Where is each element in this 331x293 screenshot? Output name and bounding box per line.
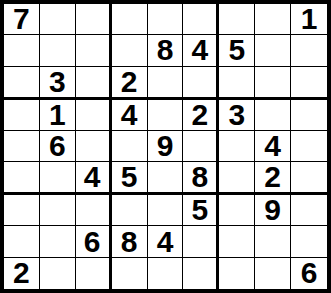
- cell-r9c2-empty[interactable]: [40, 258, 76, 289]
- cell-r4c7-given[interactable]: 3: [219, 100, 255, 131]
- cell-r8c3-given[interactable]: 6: [76, 226, 112, 257]
- cell-r8c9-empty[interactable]: [291, 226, 327, 257]
- cell-r4c6-given[interactable]: 2: [183, 100, 219, 131]
- sudoku-board: 7184532142369445825968426: [0, 0, 331, 293]
- cell-r8c4-given[interactable]: 8: [112, 226, 148, 257]
- cell-r9c3-empty[interactable]: [76, 258, 112, 289]
- cell-r6c6-given[interactable]: 8: [183, 162, 219, 195]
- cell-r3c8-empty[interactable]: [255, 67, 291, 100]
- cell-r4c5-empty[interactable]: [148, 100, 184, 131]
- cell-r3c3-empty[interactable]: [76, 67, 112, 100]
- cell-r7c1-empty[interactable]: [4, 195, 40, 226]
- cell-r5c2-given[interactable]: 6: [40, 131, 76, 162]
- cell-r8c2-empty[interactable]: [40, 226, 76, 257]
- cell-r2c7-given[interactable]: 5: [219, 35, 255, 66]
- cell-r8c6-empty[interactable]: [183, 226, 219, 257]
- cell-r1c8-empty[interactable]: [255, 4, 291, 35]
- cell-r8c7-empty[interactable]: [219, 226, 255, 257]
- cell-r4c3-empty[interactable]: [76, 100, 112, 131]
- cell-r7c4-empty[interactable]: [112, 195, 148, 226]
- cell-r1c9-given[interactable]: 1: [291, 4, 327, 35]
- cell-r6c9-empty[interactable]: [291, 162, 327, 195]
- cell-r1c1-given[interactable]: 7: [4, 4, 40, 35]
- cell-r4c4-given[interactable]: 4: [112, 100, 148, 131]
- cell-r6c5-empty[interactable]: [148, 162, 184, 195]
- cell-r5c7-empty[interactable]: [219, 131, 255, 162]
- cell-r5c4-empty[interactable]: [112, 131, 148, 162]
- cell-r7c6-given[interactable]: 5: [183, 195, 219, 226]
- cell-r4c2-given[interactable]: 1: [40, 100, 76, 131]
- cell-r5c5-given[interactable]: 9: [148, 131, 184, 162]
- cell-r9c5-empty[interactable]: [148, 258, 184, 289]
- cell-r2c6-given[interactable]: 4: [183, 35, 219, 66]
- cell-r6c4-given[interactable]: 5: [112, 162, 148, 195]
- cell-r7c9-empty[interactable]: [291, 195, 327, 226]
- cell-r2c1-empty[interactable]: [4, 35, 40, 66]
- cell-r1c5-empty[interactable]: [148, 4, 184, 35]
- cell-r7c5-empty[interactable]: [148, 195, 184, 226]
- cell-r1c4-empty[interactable]: [112, 4, 148, 35]
- cell-r3c7-empty[interactable]: [219, 67, 255, 100]
- cell-r8c1-empty[interactable]: [4, 226, 40, 257]
- cell-r6c8-given[interactable]: 2: [255, 162, 291, 195]
- cell-r9c4-empty[interactable]: [112, 258, 148, 289]
- cell-r5c3-empty[interactable]: [76, 131, 112, 162]
- cell-r7c7-empty[interactable]: [219, 195, 255, 226]
- cell-r8c5-given[interactable]: 4: [148, 226, 184, 257]
- cell-r7c2-empty[interactable]: [40, 195, 76, 226]
- cell-r4c1-empty[interactable]: [4, 100, 40, 131]
- cell-r6c7-empty[interactable]: [219, 162, 255, 195]
- cell-r2c8-empty[interactable]: [255, 35, 291, 66]
- cell-r8c8-empty[interactable]: [255, 226, 291, 257]
- cell-r3c5-empty[interactable]: [148, 67, 184, 100]
- cell-r3c6-empty[interactable]: [183, 67, 219, 100]
- cell-r9c9-given[interactable]: 6: [291, 258, 327, 289]
- cell-r2c2-empty[interactable]: [40, 35, 76, 66]
- cell-r3c1-empty[interactable]: [4, 67, 40, 100]
- cell-r6c2-empty[interactable]: [40, 162, 76, 195]
- cell-r9c1-given[interactable]: 2: [4, 258, 40, 289]
- cell-r3c2-given[interactable]: 3: [40, 67, 76, 100]
- cell-r3c9-empty[interactable]: [291, 67, 327, 100]
- cell-r7c8-given[interactable]: 9: [255, 195, 291, 226]
- sudoku-page: 7184532142369445825968426: [0, 0, 331, 293]
- cell-r4c8-empty[interactable]: [255, 100, 291, 131]
- cell-r5c6-empty[interactable]: [183, 131, 219, 162]
- cell-r1c3-empty[interactable]: [76, 4, 112, 35]
- cell-r4c9-empty[interactable]: [291, 100, 327, 131]
- cell-r2c5-given[interactable]: 8: [148, 35, 184, 66]
- cell-r5c9-empty[interactable]: [291, 131, 327, 162]
- cell-r2c3-empty[interactable]: [76, 35, 112, 66]
- cell-r1c2-empty[interactable]: [40, 4, 76, 35]
- cell-r1c6-empty[interactable]: [183, 4, 219, 35]
- cell-r5c8-given[interactable]: 4: [255, 131, 291, 162]
- cell-r3c4-given[interactable]: 2: [112, 67, 148, 100]
- cell-r1c7-empty[interactable]: [219, 4, 255, 35]
- cell-r9c7-empty[interactable]: [219, 258, 255, 289]
- cell-r6c3-given[interactable]: 4: [76, 162, 112, 195]
- cell-r9c8-empty[interactable]: [255, 258, 291, 289]
- cell-r2c4-empty[interactable]: [112, 35, 148, 66]
- cell-r7c3-empty[interactable]: [76, 195, 112, 226]
- cell-r9c6-empty[interactable]: [183, 258, 219, 289]
- cell-r2c9-empty[interactable]: [291, 35, 327, 66]
- cell-r6c1-empty[interactable]: [4, 162, 40, 195]
- cell-r5c1-empty[interactable]: [4, 131, 40, 162]
